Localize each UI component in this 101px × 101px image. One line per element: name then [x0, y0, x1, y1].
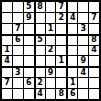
- cell-r2c7-given-4[interactable]: 4: [67, 13, 77, 23]
- sudoku-grid: 58792477136581244193947621486: [2, 2, 99, 99]
- cell-r8c2-empty[interactable]: [13, 78, 23, 88]
- cell-r9c6-given-8[interactable]: 8: [56, 89, 66, 99]
- cell-r4c5-empty[interactable]: [46, 35, 56, 45]
- cell-r5c2-empty[interactable]: [13, 46, 23, 56]
- cell-r8c5-empty[interactable]: [46, 78, 56, 88]
- cell-r3c2-given-7[interactable]: 7: [13, 24, 23, 34]
- cell-r2c1-empty[interactable]: [2, 13, 12, 23]
- cell-r4c3-empty[interactable]: [24, 35, 34, 45]
- cell-r8c1-given-7[interactable]: 7: [2, 78, 12, 88]
- cell-r5c9-given-4[interactable]: 4: [89, 46, 99, 56]
- cell-r2c2-empty[interactable]: [13, 13, 23, 23]
- cell-r8c3-given-6[interactable]: 6: [24, 78, 34, 88]
- cell-r7c3-empty[interactable]: [24, 67, 34, 77]
- cell-r7c5-given-9[interactable]: 9: [46, 67, 56, 77]
- cell-r2c3-given-9[interactable]: 9: [24, 13, 34, 23]
- cell-r2c4-empty[interactable]: [35, 13, 45, 23]
- cell-r1c8-empty[interactable]: [78, 2, 88, 12]
- cell-r4c1-empty[interactable]: [2, 35, 12, 45]
- cell-r5c8-empty[interactable]: [78, 46, 88, 56]
- cell-r3c4-empty[interactable]: [35, 24, 45, 34]
- cell-r6c5-empty[interactable]: [46, 56, 56, 66]
- cell-r5c1-given-1[interactable]: 1: [2, 46, 12, 56]
- cell-r9c4-given-4[interactable]: 4: [35, 89, 45, 99]
- cell-r4c7-empty[interactable]: [67, 35, 77, 45]
- cell-r6c9-empty[interactable]: [89, 56, 99, 66]
- cell-r1c9-empty[interactable]: [89, 2, 99, 12]
- cell-r5c6-empty[interactable]: [56, 46, 66, 56]
- cell-r8c4-given-2[interactable]: 2: [35, 78, 45, 88]
- cell-r2c5-empty[interactable]: [46, 13, 56, 23]
- cell-r9c2-empty[interactable]: [13, 89, 23, 99]
- cell-r2c6-given-2[interactable]: 2: [56, 13, 66, 23]
- cell-r1c6-given-7[interactable]: 7: [56, 2, 66, 12]
- cell-r5c4-empty[interactable]: [35, 46, 45, 56]
- cell-r2c9-given-7[interactable]: 7: [89, 13, 99, 23]
- cell-r1c7-empty[interactable]: [67, 2, 77, 12]
- cell-r6c4-empty[interactable]: [35, 56, 45, 66]
- cell-r7c1-empty[interactable]: [2, 67, 12, 77]
- cell-r9c3-empty[interactable]: [24, 89, 34, 99]
- cell-r1c3-given-5[interactable]: 5: [24, 2, 34, 12]
- cell-r9c1-empty[interactable]: [2, 89, 12, 99]
- cell-r1c4-given-8[interactable]: 8: [35, 2, 45, 12]
- cell-r7c9-empty[interactable]: [89, 67, 99, 77]
- cell-r4c9-given-8[interactable]: 8: [89, 35, 99, 45]
- cell-r6c6-given-1[interactable]: 1: [56, 56, 66, 66]
- cell-r7c7-empty[interactable]: [67, 67, 77, 77]
- cell-r4c4-given-5[interactable]: 5: [35, 35, 45, 45]
- cell-r3c5-given-1[interactable]: 1: [46, 24, 56, 34]
- cell-r9c9-empty[interactable]: [89, 89, 99, 99]
- cell-r3c1-empty[interactable]: [2, 24, 12, 34]
- cell-r3c6-empty[interactable]: [56, 24, 66, 34]
- cell-r3c7-empty[interactable]: [67, 24, 77, 34]
- cell-r6c1-given-4[interactable]: 4: [2, 56, 12, 66]
- cell-r7c8-given-4[interactable]: 4: [78, 67, 88, 77]
- cell-r9c5-empty[interactable]: [46, 89, 56, 99]
- cell-r9c7-given-6[interactable]: 6: [67, 89, 77, 99]
- cell-r2c8-empty[interactable]: [78, 13, 88, 23]
- cell-r8c9-empty[interactable]: [89, 78, 99, 88]
- cell-r3c8-given-3[interactable]: 3: [78, 24, 88, 34]
- cell-r5c5-given-2[interactable]: 2: [46, 46, 56, 56]
- cell-r1c2-empty[interactable]: [13, 2, 23, 12]
- cell-r4c2-given-6[interactable]: 6: [13, 35, 23, 45]
- cell-r7c6-empty[interactable]: [56, 67, 66, 77]
- cell-r6c3-empty[interactable]: [24, 56, 34, 66]
- cell-r8c8-empty[interactable]: [78, 78, 88, 88]
- cell-r4c8-empty[interactable]: [78, 35, 88, 45]
- sudoku-board: 58792477136581244193947621486: [0, 0, 101, 101]
- cell-r6c2-empty[interactable]: [13, 56, 23, 66]
- cell-r6c7-empty[interactable]: [67, 56, 77, 66]
- cell-r8c7-given-1[interactable]: 1: [67, 78, 77, 88]
- cell-r5c7-empty[interactable]: [67, 46, 77, 56]
- cell-r3c3-empty[interactable]: [24, 24, 34, 34]
- cell-r1c1-empty[interactable]: [2, 2, 12, 12]
- cell-r9c8-empty[interactable]: [78, 89, 88, 99]
- cell-r1c5-empty[interactable]: [46, 2, 56, 12]
- cell-r4c6-empty[interactable]: [56, 35, 66, 45]
- cell-r5c3-empty[interactable]: [24, 46, 34, 56]
- cell-r7c4-empty[interactable]: [35, 67, 45, 77]
- cell-r6c8-given-9[interactable]: 9: [78, 56, 88, 66]
- cell-r7c2-given-3[interactable]: 3: [13, 67, 23, 77]
- cell-r8c6-empty[interactable]: [56, 78, 66, 88]
- cell-r3c9-empty[interactable]: [89, 24, 99, 34]
